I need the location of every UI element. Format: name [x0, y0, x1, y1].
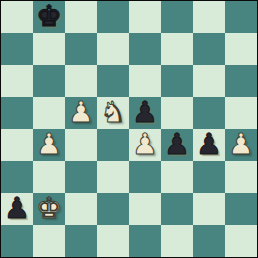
- piece-white-pawn-c5[interactable]: ♟: [68, 97, 94, 128]
- square-e1[interactable]: [129, 225, 161, 257]
- square-d1[interactable]: [97, 225, 129, 257]
- square-e2[interactable]: [129, 193, 161, 225]
- square-d6[interactable]: [97, 65, 129, 97]
- square-b7[interactable]: [33, 33, 65, 65]
- square-a6[interactable]: [1, 65, 33, 97]
- square-g7[interactable]: [193, 33, 225, 65]
- square-g4[interactable]: ♟: [193, 129, 225, 161]
- square-b3[interactable]: [33, 161, 65, 193]
- square-h8[interactable]: [225, 1, 257, 33]
- square-a8[interactable]: [1, 1, 33, 33]
- square-f3[interactable]: [161, 161, 193, 193]
- square-g2[interactable]: [193, 193, 225, 225]
- square-f5[interactable]: [161, 97, 193, 129]
- square-c3[interactable]: [65, 161, 97, 193]
- square-a5[interactable]: [1, 97, 33, 129]
- square-e6[interactable]: [129, 65, 161, 97]
- square-b4[interactable]: ♟: [33, 129, 65, 161]
- square-g6[interactable]: [193, 65, 225, 97]
- square-e3[interactable]: [129, 161, 161, 193]
- square-h2[interactable]: [225, 193, 257, 225]
- square-c1[interactable]: [65, 225, 97, 257]
- square-h6[interactable]: [225, 65, 257, 97]
- square-e8[interactable]: [129, 1, 161, 33]
- square-a1[interactable]: [1, 225, 33, 257]
- square-h7[interactable]: [225, 33, 257, 65]
- square-d2[interactable]: [97, 193, 129, 225]
- square-c2[interactable]: [65, 193, 97, 225]
- square-g1[interactable]: [193, 225, 225, 257]
- piece-white-knight-d5[interactable]: ♞: [100, 97, 126, 128]
- piece-black-pawn-f4[interactable]: ♟: [164, 129, 190, 160]
- chess-board: ♚♟♞♟♟♟♟♟♟♟♚: [0, 0, 258, 258]
- square-a2[interactable]: ♟: [1, 193, 33, 225]
- square-f4[interactable]: ♟: [161, 129, 193, 161]
- square-a7[interactable]: [1, 33, 33, 65]
- square-c5[interactable]: ♟: [65, 97, 97, 129]
- piece-black-pawn-e5[interactable]: ♟: [132, 97, 158, 128]
- chess-board-grid: ♚♟♞♟♟♟♟♟♟♟♚: [1, 1, 257, 257]
- piece-white-pawn-e4[interactable]: ♟: [132, 129, 158, 160]
- piece-white-pawn-h4[interactable]: ♟: [228, 129, 254, 160]
- square-f7[interactable]: [161, 33, 193, 65]
- square-g5[interactable]: [193, 97, 225, 129]
- square-b5[interactable]: [33, 97, 65, 129]
- square-a4[interactable]: [1, 129, 33, 161]
- square-d5[interactable]: ♞: [97, 97, 129, 129]
- square-e7[interactable]: [129, 33, 161, 65]
- square-a3[interactable]: [1, 161, 33, 193]
- square-h5[interactable]: [225, 97, 257, 129]
- square-d3[interactable]: [97, 161, 129, 193]
- square-g8[interactable]: [193, 1, 225, 33]
- square-e4[interactable]: ♟: [129, 129, 161, 161]
- square-c6[interactable]: [65, 65, 97, 97]
- square-e5[interactable]: ♟: [129, 97, 161, 129]
- piece-white-pawn-b4[interactable]: ♟: [36, 129, 62, 160]
- square-f8[interactable]: [161, 1, 193, 33]
- square-c4[interactable]: [65, 129, 97, 161]
- square-b1[interactable]: [33, 225, 65, 257]
- square-f2[interactable]: [161, 193, 193, 225]
- piece-white-king-b2[interactable]: ♚: [36, 193, 62, 224]
- square-c8[interactable]: [65, 1, 97, 33]
- piece-black-pawn-g4[interactable]: ♟: [196, 129, 222, 160]
- square-h4[interactable]: ♟: [225, 129, 257, 161]
- square-b6[interactable]: [33, 65, 65, 97]
- piece-black-pawn-a2[interactable]: ♟: [4, 193, 30, 224]
- square-b2[interactable]: ♚: [33, 193, 65, 225]
- square-d4[interactable]: [97, 129, 129, 161]
- square-f1[interactable]: [161, 225, 193, 257]
- square-h1[interactable]: [225, 225, 257, 257]
- square-d7[interactable]: [97, 33, 129, 65]
- square-h3[interactable]: [225, 161, 257, 193]
- square-c7[interactable]: [65, 33, 97, 65]
- square-d8[interactable]: [97, 1, 129, 33]
- square-b8[interactable]: ♚: [33, 1, 65, 33]
- piece-black-king-b8[interactable]: ♚: [36, 1, 62, 32]
- square-f6[interactable]: [161, 65, 193, 97]
- square-g3[interactable]: [193, 161, 225, 193]
